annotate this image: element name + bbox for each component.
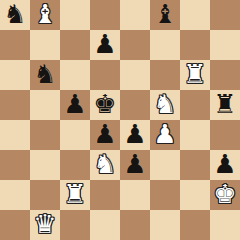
square-f3[interactable] xyxy=(150,150,180,180)
square-e1[interactable] xyxy=(120,210,150,240)
piece-black-pawn: ♟ xyxy=(63,89,86,119)
square-h5[interactable]: ♜ xyxy=(210,90,240,120)
piece-black-rook: ♜ xyxy=(213,89,236,119)
square-g4[interactable] xyxy=(180,120,210,150)
square-a4[interactable] xyxy=(0,120,30,150)
square-b2[interactable] xyxy=(30,180,60,210)
square-b1[interactable]: ♛ xyxy=(30,210,60,240)
square-e2[interactable] xyxy=(120,180,150,210)
square-e8[interactable] xyxy=(120,0,150,30)
piece-black-pawn: ♟ xyxy=(93,29,116,59)
square-e6[interactable] xyxy=(120,60,150,90)
square-d6[interactable] xyxy=(90,60,120,90)
square-h3[interactable]: ♟ xyxy=(210,150,240,180)
square-d8[interactable] xyxy=(90,0,120,30)
square-d7[interactable]: ♟ xyxy=(90,30,120,60)
square-h2[interactable]: ♚ xyxy=(210,180,240,210)
square-c1[interactable] xyxy=(60,210,90,240)
piece-black-pawn: ♟ xyxy=(123,119,146,149)
chess-board: ♞♝♝♟♞♜♟♚♞♜♟♟♟♞♟♟♜♚♛ xyxy=(0,0,240,240)
piece-white-bishop: ♝ xyxy=(33,0,56,29)
square-c8[interactable] xyxy=(60,0,90,30)
piece-white-king: ♚ xyxy=(213,179,236,209)
square-a6[interactable] xyxy=(0,60,30,90)
square-d5[interactable]: ♚ xyxy=(90,90,120,120)
square-c6[interactable] xyxy=(60,60,90,90)
square-a5[interactable] xyxy=(0,90,30,120)
piece-white-rook: ♜ xyxy=(63,179,86,209)
square-c5[interactable]: ♟ xyxy=(60,90,90,120)
square-d2[interactable] xyxy=(90,180,120,210)
square-g8[interactable] xyxy=(180,0,210,30)
square-g3[interactable] xyxy=(180,150,210,180)
square-g6[interactable]: ♜ xyxy=(180,60,210,90)
square-e5[interactable] xyxy=(120,90,150,120)
square-g7[interactable] xyxy=(180,30,210,60)
square-c2[interactable]: ♜ xyxy=(60,180,90,210)
square-b3[interactable] xyxy=(30,150,60,180)
square-b4[interactable] xyxy=(30,120,60,150)
piece-white-knight: ♞ xyxy=(153,89,176,119)
piece-white-queen: ♛ xyxy=(33,209,56,239)
piece-black-king: ♚ xyxy=(93,89,116,119)
square-f1[interactable] xyxy=(150,210,180,240)
piece-black-knight: ♞ xyxy=(3,0,26,29)
square-c4[interactable] xyxy=(60,120,90,150)
square-e7[interactable] xyxy=(120,30,150,60)
square-h1[interactable] xyxy=(210,210,240,240)
square-h4[interactable] xyxy=(210,120,240,150)
piece-black-pawn: ♟ xyxy=(93,119,116,149)
square-f2[interactable] xyxy=(150,180,180,210)
piece-white-pawn: ♟ xyxy=(153,119,176,149)
square-a8[interactable]: ♞ xyxy=(0,0,30,30)
square-b8[interactable]: ♝ xyxy=(30,0,60,30)
piece-black-pawn: ♟ xyxy=(123,149,146,179)
square-c7[interactable] xyxy=(60,30,90,60)
piece-white-knight: ♞ xyxy=(93,149,116,179)
piece-black-pawn: ♟ xyxy=(213,149,236,179)
square-h8[interactable] xyxy=(210,0,240,30)
square-g1[interactable] xyxy=(180,210,210,240)
square-g2[interactable] xyxy=(180,180,210,210)
piece-black-knight: ♞ xyxy=(33,59,56,89)
square-f4[interactable]: ♟ xyxy=(150,120,180,150)
square-b7[interactable] xyxy=(30,30,60,60)
square-d1[interactable] xyxy=(90,210,120,240)
square-a2[interactable] xyxy=(0,180,30,210)
square-e3[interactable]: ♟ xyxy=(120,150,150,180)
square-b6[interactable]: ♞ xyxy=(30,60,60,90)
square-f6[interactable] xyxy=(150,60,180,90)
square-g5[interactable] xyxy=(180,90,210,120)
square-c3[interactable] xyxy=(60,150,90,180)
piece-white-rook: ♜ xyxy=(183,59,206,89)
piece-black-bishop: ♝ xyxy=(153,0,176,29)
square-f8[interactable]: ♝ xyxy=(150,0,180,30)
square-f7[interactable] xyxy=(150,30,180,60)
square-d4[interactable]: ♟ xyxy=(90,120,120,150)
square-d3[interactable]: ♞ xyxy=(90,150,120,180)
square-a1[interactable] xyxy=(0,210,30,240)
square-f5[interactable]: ♞ xyxy=(150,90,180,120)
square-a7[interactable] xyxy=(0,30,30,60)
square-b5[interactable] xyxy=(30,90,60,120)
square-h6[interactable] xyxy=(210,60,240,90)
square-h7[interactable] xyxy=(210,30,240,60)
square-a3[interactable] xyxy=(0,150,30,180)
square-e4[interactable]: ♟ xyxy=(120,120,150,150)
